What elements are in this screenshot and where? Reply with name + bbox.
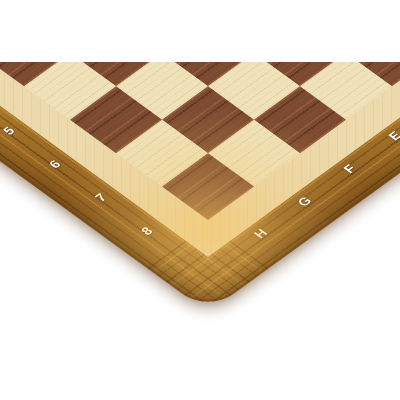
product-photo: 5678EFGH	[0, 0, 400, 400]
chess-board: 5678EFGH	[0, 62, 400, 313]
photo-crop: 5678EFGH	[0, 62, 400, 400]
board-shadow: 5678EFGH	[0, 62, 400, 400]
